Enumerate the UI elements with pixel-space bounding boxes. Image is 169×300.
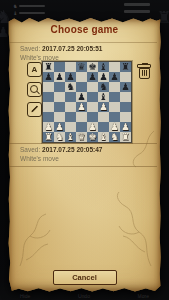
white-rook-piece: ♜ <box>44 132 53 142</box>
square: ♟ <box>109 122 120 132</box>
black-knight-piece: ♞ <box>99 82 108 92</box>
square <box>87 92 98 102</box>
black-bishop-piece: ♝ <box>99 62 108 72</box>
square <box>109 92 120 102</box>
square <box>54 82 65 92</box>
parchment-panel: Choose game Saved: 2017.07.25 20:05:51 W… <box>8 17 161 293</box>
black-pawn-piece: ♟ <box>44 72 53 82</box>
square <box>120 92 131 102</box>
square: ♟ <box>98 102 109 112</box>
saved-timestamp: Saved: 2017.07.25 20:05:51 <box>20 45 157 52</box>
black-pawn-piece: ♟ <box>110 72 119 82</box>
square: ♜ <box>43 132 54 142</box>
trash-bin-icon <box>139 68 150 80</box>
zoom-tool-button[interactable] <box>27 82 42 97</box>
white-king-piece: ♚ <box>88 132 97 142</box>
square: ♞ <box>54 132 65 142</box>
black-knight-piece: ♞ <box>66 82 75 92</box>
letter-a-icon: A <box>32 66 38 74</box>
square: ♟ <box>87 72 98 82</box>
black-pawn-piece: ♟ <box>99 72 108 82</box>
square: ♟ <box>87 122 98 132</box>
choose-game-dialog: Choose game Saved: 2017.07.25 20:05:51 W… <box>8 17 161 293</box>
square <box>76 122 87 132</box>
square <box>76 72 87 82</box>
square: ♟ <box>43 72 54 82</box>
flourish-bottom-left <box>16 202 71 268</box>
chess-app-screen: ♞ ♜ ♟ ♞ ♝ HideUndoMore Choose game Saved… <box>0 0 169 300</box>
white-pawn-piece: ♟ <box>77 102 86 112</box>
white-pawn-piece: ♟ <box>44 122 53 132</box>
square: ♟ <box>120 82 131 92</box>
black-bishop-piece: ♝ <box>99 92 108 102</box>
square: ♚ <box>87 62 98 72</box>
square <box>109 62 120 72</box>
square <box>54 62 65 72</box>
square: ♚ <box>87 132 98 142</box>
magnifier-icon <box>30 85 38 93</box>
square <box>109 102 120 112</box>
square: ♛ <box>76 62 87 72</box>
saved-game-entry-1[interactable]: Saved: 2017.07.25 20:05:51 White's move <box>8 42 157 63</box>
square: ♟ <box>76 102 87 112</box>
square <box>120 72 131 82</box>
square <box>43 92 54 102</box>
square: ♞ <box>109 132 120 142</box>
square: ♟ <box>76 92 87 102</box>
white-pawn-piece: ♟ <box>99 102 108 112</box>
white-pawn-piece: ♟ <box>88 122 97 132</box>
square: ♟ <box>43 122 54 132</box>
white-pawn-piece: ♟ <box>55 122 64 132</box>
black-pawn-piece: ♟ <box>55 72 64 82</box>
square: ♜ <box>43 62 54 72</box>
square: ♞ <box>98 82 109 92</box>
square <box>54 92 65 102</box>
dialog-title: Choose game <box>8 24 161 35</box>
turn-status: White's move <box>20 54 157 61</box>
tool-column: A <box>27 62 42 117</box>
square <box>109 112 120 122</box>
square <box>65 102 76 112</box>
black-rook-piece: ♜ <box>121 62 130 72</box>
black-pawn-piece: ♟ <box>77 92 86 102</box>
square <box>76 82 87 92</box>
edit-tool-button[interactable] <box>27 102 42 117</box>
square: ♟ <box>65 72 76 82</box>
square <box>54 102 65 112</box>
black-pawn-piece: ♟ <box>88 72 97 82</box>
cancel-button[interactable]: Cancel <box>53 270 117 285</box>
pencil-icon <box>30 105 38 113</box>
black-pawn-piece: ♟ <box>121 82 130 92</box>
square <box>65 112 76 122</box>
square: ♝ <box>65 132 76 142</box>
square <box>120 102 131 112</box>
square <box>54 112 65 122</box>
black-rook-piece: ♜ <box>44 62 53 72</box>
square <box>43 82 54 92</box>
square: ♟ <box>54 122 65 132</box>
chess-board-preview[interactable]: ♜♛♚♝♜♟♟♟♟♟♟♞♞♟♟♝♟♟♟♟♟♟♟♜♞♝♛♚♝♞♜ <box>42 61 132 143</box>
square <box>98 112 109 122</box>
square: ♝ <box>98 62 109 72</box>
black-king-piece: ♚ <box>88 62 97 72</box>
square: ♛ <box>76 132 87 142</box>
white-bishop-piece: ♝ <box>99 132 108 142</box>
delete-saved-game-button[interactable] <box>137 62 151 79</box>
black-pawn-piece: ♟ <box>66 72 75 82</box>
square: ♟ <box>54 72 65 82</box>
square <box>87 102 98 112</box>
square <box>65 62 76 72</box>
white-knight-piece: ♞ <box>55 132 64 142</box>
square: ♟ <box>98 72 109 82</box>
notation-tool-button[interactable]: A <box>27 62 42 77</box>
square <box>65 122 76 132</box>
white-pawn-piece: ♟ <box>110 122 119 132</box>
square <box>65 92 76 102</box>
square <box>98 122 109 132</box>
flourish-bottom-right <box>103 192 155 268</box>
square <box>87 82 98 92</box>
square: ♝ <box>98 132 109 142</box>
square: ♞ <box>65 82 76 92</box>
square: ♜ <box>120 62 131 72</box>
square <box>43 112 54 122</box>
flourish-top-right <box>126 129 156 169</box>
square: ♟ <box>109 72 120 82</box>
black-queen-piece: ♛ <box>77 62 86 72</box>
square <box>109 82 120 92</box>
square: ♝ <box>98 92 109 102</box>
white-bishop-piece: ♝ <box>66 132 75 142</box>
square <box>76 112 87 122</box>
square <box>43 102 54 112</box>
square <box>87 112 98 122</box>
trash-lid-icon <box>137 64 151 68</box>
square <box>120 112 131 122</box>
white-queen-piece: ♛ <box>77 132 86 142</box>
white-knight-piece: ♞ <box>110 132 119 142</box>
